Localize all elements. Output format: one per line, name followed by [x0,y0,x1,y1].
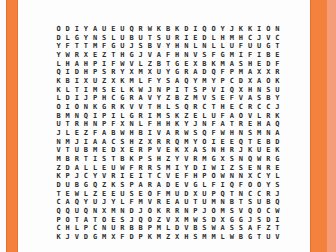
grid-cell[interactable]: U [118,34,127,43]
grid-cell[interactable]: S [246,199,255,208]
grid-cell[interactable]: C [109,138,118,147]
grid-cell[interactable]: N [255,164,264,173]
grid-cell[interactable]: D [81,233,90,242]
grid-cell[interactable]: R [264,155,273,164]
grid-cell[interactable]: V [209,86,218,95]
grid-cell[interactable]: E [109,190,118,199]
grid-cell[interactable]: E [127,147,136,156]
grid-cell[interactable]: Q [209,68,218,77]
grid-cell[interactable]: T [191,199,200,208]
grid-cell[interactable]: I [182,34,191,43]
grid-cell[interactable]: Q [227,86,236,95]
grid-cell[interactable]: D [264,60,273,69]
grid-cell[interactable]: B [54,112,63,121]
grid-cell[interactable]: W [209,225,218,234]
grid-cell[interactable]: A [246,94,255,103]
grid-cell[interactable]: C [255,103,264,112]
grid-cell[interactable]: Q [200,129,209,138]
grid-cell[interactable]: X [118,120,127,129]
grid-cell[interactable]: F [127,199,136,208]
grid-cell[interactable]: N [218,199,227,208]
grid-cell[interactable]: T [81,155,90,164]
grid-cell[interactable]: A [81,216,90,225]
grid-cell[interactable]: R [264,112,273,121]
grid-cell[interactable]: T [145,103,154,112]
grid-cell[interactable]: J [191,120,200,129]
grid-cell[interactable]: J [273,190,282,199]
grid-cell[interactable]: P [63,173,72,182]
grid-cell[interactable]: M [200,77,209,86]
grid-cell[interactable]: Q [227,181,236,190]
grid-cell[interactable]: S [136,42,145,51]
grid-cell[interactable]: M [200,155,209,164]
grid-cell[interactable]: H [154,120,163,129]
grid-cell[interactable]: U [163,34,172,43]
grid-cell[interactable]: T [145,173,154,182]
grid-cell[interactable]: M [182,138,191,147]
grid-cell[interactable]: X [173,216,182,225]
grid-cell[interactable]: A [273,129,282,138]
grid-cell[interactable]: Z [182,94,191,103]
grid-cell[interactable]: M [90,147,99,156]
grid-cell[interactable]: K [118,103,127,112]
grid-cell[interactable]: E [182,60,191,69]
grid-cell[interactable]: C [236,103,245,112]
grid-cell[interactable]: E [218,138,227,147]
grid-cell[interactable]: D [182,190,191,199]
grid-cell[interactable]: S [264,86,273,95]
grid-cell[interactable]: D [173,225,182,234]
grid-cell[interactable]: D [264,216,273,225]
grid-cell[interactable]: F [246,51,255,60]
grid-cell[interactable]: J [63,233,72,242]
grid-cell[interactable]: X [145,138,154,147]
grid-cell[interactable]: Y [54,51,63,60]
grid-cell[interactable]: P [90,60,99,69]
grid-cell[interactable]: B [127,225,136,234]
grid-cell[interactable]: W [218,129,227,138]
grid-cell[interactable]: R [163,138,172,147]
grid-cell[interactable]: H [191,173,200,182]
grid-cell[interactable]: E [100,190,109,199]
grid-cell[interactable]: K [154,25,163,34]
grid-cell[interactable]: D [163,181,172,190]
grid-cell[interactable]: K [173,112,182,121]
grid-cell[interactable]: S [191,129,200,138]
grid-cell[interactable]: V [264,34,273,43]
grid-cell[interactable]: H [81,60,90,69]
grid-cell[interactable]: T [182,86,191,95]
grid-cell[interactable]: G [173,60,182,69]
grid-cell[interactable]: S [200,216,209,225]
grid-cell[interactable]: E [246,164,255,173]
grid-cell[interactable]: T [273,225,282,234]
grid-cell[interactable]: L [63,129,72,138]
grid-cell[interactable]: J [54,129,63,138]
grid-cell[interactable]: R [173,207,182,216]
grid-cell[interactable]: B [118,155,127,164]
grid-cell[interactable]: V [200,94,209,103]
grid-cell[interactable]: V [163,173,172,182]
grid-cell[interactable]: M [100,233,109,242]
grid-cell[interactable]: S [209,94,218,103]
grid-cell[interactable]: R [191,155,200,164]
grid-cell[interactable]: F [209,120,218,129]
grid-cell[interactable]: P [136,155,145,164]
grid-cell[interactable]: Q [54,68,63,77]
grid-cell[interactable]: L [218,42,227,51]
grid-cell[interactable]: U [246,42,255,51]
grid-cell[interactable]: U [182,199,191,208]
grid-cell[interactable]: K [273,77,282,86]
grid-cell[interactable]: S [255,216,264,225]
grid-cell[interactable]: N [182,207,191,216]
grid-cell[interactable]: H [81,68,90,77]
grid-cell[interactable]: U [109,225,118,234]
grid-cell[interactable]: Z [90,190,99,199]
grid-cell[interactable]: E [109,86,118,95]
grid-cell[interactable]: F [236,181,245,190]
grid-cell[interactable]: X [118,147,127,156]
grid-cell[interactable]: A [173,77,182,86]
grid-cell[interactable]: M [209,233,218,242]
grid-cell[interactable]: N [227,173,236,182]
grid-cell[interactable]: R [236,120,245,129]
grid-cell[interactable]: B [227,199,236,208]
grid-cell[interactable]: D [273,138,282,147]
grid-cell[interactable]: Y [163,42,172,51]
grid-cell[interactable]: H [218,147,227,156]
grid-cell[interactable]: Q [54,207,63,216]
grid-cell[interactable]: B [81,147,90,156]
grid-cell[interactable]: C [264,103,273,112]
grid-cell[interactable]: V [191,51,200,60]
grid-cell[interactable]: W [118,129,127,138]
grid-cell[interactable]: K [173,25,182,34]
grid-cell[interactable]: T [273,42,282,51]
grid-cell[interactable]: J [200,207,209,216]
grid-cell[interactable]: E [273,51,282,60]
grid-cell[interactable]: L [136,60,145,69]
grid-cell[interactable]: A [218,225,227,234]
grid-cell[interactable]: P [100,120,109,129]
grid-cell[interactable]: Y [154,77,163,86]
grid-cell[interactable]: B [264,94,273,103]
grid-cell[interactable]: P [227,68,236,77]
grid-cell[interactable]: I [81,138,90,147]
grid-cell[interactable]: D [54,181,63,190]
grid-cell[interactable]: N [200,42,209,51]
grid-cell[interactable]: O [255,181,264,190]
grid-cell[interactable]: Z [163,155,172,164]
grid-cell[interactable]: V [154,129,163,138]
grid-cell[interactable]: N [236,155,245,164]
grid-cell[interactable]: E [173,173,182,182]
grid-cell[interactable]: T [72,216,81,225]
grid-cell[interactable]: Q [136,216,145,225]
grid-cell[interactable]: Y [81,25,90,34]
grid-cell[interactable]: R [154,199,163,208]
grid-cell[interactable]: M [54,155,63,164]
grid-cell[interactable]: A [72,60,81,69]
grid-cell[interactable]: Y [182,120,191,129]
grid-cell[interactable]: D [63,25,72,34]
grid-cell[interactable]: N [54,138,63,147]
grid-cell[interactable]: A [136,181,145,190]
grid-cell[interactable]: B [72,181,81,190]
grid-cell[interactable]: M [127,77,136,86]
grid-cell[interactable]: B [264,51,273,60]
grid-cell[interactable]: M [218,60,227,69]
grid-cell[interactable]: A [264,120,273,129]
grid-cell[interactable]: W [136,86,145,95]
grid-cell[interactable]: F [109,120,118,129]
grid-cell[interactable]: L [209,34,218,43]
grid-cell[interactable]: V [72,233,81,242]
grid-cell[interactable]: I [255,51,264,60]
grid-cell[interactable]: H [154,155,163,164]
grid-cell[interactable]: J [72,173,81,182]
grid-cell[interactable]: Z [154,216,163,225]
grid-cell[interactable]: Q [182,103,191,112]
grid-cell[interactable]: S [191,233,200,242]
grid-cell[interactable]: Q [81,207,90,216]
grid-cell[interactable]: X [246,173,255,182]
grid-cell[interactable]: X [109,77,118,86]
grid-cell[interactable]: A [72,164,81,173]
grid-cell[interactable]: Y [163,68,172,77]
grid-cell[interactable]: F [236,42,245,51]
grid-cell[interactable]: M [90,42,99,51]
grid-cell[interactable]: H [154,103,163,112]
grid-cell[interactable]: R [246,103,255,112]
grid-cell[interactable]: E [227,138,236,147]
grid-cell[interactable]: W [255,155,264,164]
grid-cell[interactable]: U [90,77,99,86]
grid-cell[interactable]: M [63,138,72,147]
grid-cell[interactable]: G [81,181,90,190]
grid-cell[interactable]: H [127,138,136,147]
grid-cell[interactable]: M [154,112,163,121]
grid-cell[interactable]: Y [90,173,99,182]
grid-cell[interactable]: E [109,216,118,225]
grid-cell[interactable]: Y [191,138,200,147]
grid-cell[interactable]: Z [100,51,109,60]
grid-cell[interactable]: G [127,51,136,60]
grid-cell[interactable]: K [127,86,136,95]
grid-cell[interactable]: I [173,164,182,173]
grid-cell[interactable]: V [182,181,191,190]
grid-cell[interactable]: M [163,164,172,173]
grid-cell[interactable]: B [136,129,145,138]
grid-cell[interactable]: F [209,181,218,190]
grid-cell[interactable]: V [236,94,245,103]
grid-cell[interactable]: X [255,68,264,77]
grid-cell[interactable]: V [127,60,136,69]
grid-cell[interactable]: N [100,225,109,234]
grid-cell[interactable]: L [200,181,209,190]
grid-cell[interactable]: A [154,181,163,190]
grid-cell[interactable]: N [209,147,218,156]
grid-cell[interactable]: D [209,216,218,225]
grid-cell[interactable]: A [255,77,264,86]
grid-cell[interactable]: V [154,42,163,51]
grid-cell[interactable]: C [81,173,90,182]
grid-cell[interactable]: M [191,94,200,103]
grid-cell[interactable]: S [227,225,236,234]
grid-cell[interactable]: X [81,51,90,60]
grid-cell[interactable]: S [118,181,127,190]
grid-cell[interactable]: T [81,42,90,51]
grid-cell[interactable]: R [163,207,172,216]
grid-cell[interactable]: D [63,164,72,173]
grid-cell[interactable]: P [200,173,209,182]
grid-cell[interactable]: U [136,34,145,43]
grid-cell[interactable]: G [100,103,109,112]
grid-cell[interactable]: O [100,216,109,225]
grid-cell[interactable]: R [118,225,127,234]
grid-cell[interactable]: S [127,190,136,199]
grid-cell[interactable]: U [173,190,182,199]
grid-cell[interactable]: H [236,34,245,43]
grid-cell[interactable]: X [218,155,227,164]
grid-cell[interactable]: G [209,155,218,164]
grid-cell[interactable]: L [273,173,282,182]
grid-cell[interactable]: E [227,103,236,112]
grid-cell[interactable]: E [246,120,255,129]
grid-cell[interactable]: A [218,120,227,129]
grid-cell[interactable]: J [273,103,282,112]
grid-cell[interactable]: A [136,94,145,103]
grid-cell[interactable]: L [81,190,90,199]
grid-cell[interactable]: I [136,173,145,182]
grid-cell[interactable]: M [218,207,227,216]
grid-cell[interactable]: P [209,190,218,199]
grid-cell[interactable]: L [63,34,72,43]
grid-cell[interactable]: W [273,207,282,216]
grid-cell[interactable]: F [63,42,72,51]
grid-cell[interactable]: E [255,60,264,69]
grid-cell[interactable]: Y [209,77,218,86]
grid-cell[interactable]: I [218,86,227,95]
grid-cell[interactable]: I [273,216,282,225]
grid-cell[interactable]: O [145,207,154,216]
grid-cell[interactable]: A [191,147,200,156]
grid-cell[interactable]: E [90,51,99,60]
grid-cell[interactable]: K [273,112,282,121]
grid-cell[interactable]: O [246,181,255,190]
grid-cell[interactable]: F [90,129,99,138]
grid-cell[interactable]: E [100,147,109,156]
grid-cell[interactable]: O [209,207,218,216]
grid-cell[interactable]: L [191,42,200,51]
grid-cell[interactable]: B [163,25,172,34]
grid-cell[interactable]: R [227,147,236,156]
grid-cell[interactable]: F [145,77,154,86]
grid-cell[interactable]: N [90,34,99,43]
grid-cell[interactable]: C [255,173,264,182]
grid-cell[interactable]: O [236,112,245,121]
grid-cell[interactable]: W [118,60,127,69]
grid-cell[interactable]: P [81,225,90,234]
grid-cell[interactable]: C [54,225,63,234]
grid-cell[interactable]: P [163,86,172,95]
grid-cell[interactable]: Z [81,129,90,138]
grid-cell[interactable]: A [100,138,109,147]
grid-cell[interactable]: W [182,129,191,138]
grid-cell[interactable]: R [136,147,145,156]
grid-cell[interactable]: B [173,94,182,103]
grid-cell[interactable]: P [127,181,136,190]
grid-cell[interactable]: A [90,25,99,34]
grid-cell[interactable]: V [145,51,154,60]
grid-cell[interactable]: L [63,86,72,95]
grid-cell[interactable]: I [218,164,227,173]
grid-cell[interactable]: R [173,34,182,43]
grid-cell[interactable]: K [236,25,245,34]
grid-cell[interactable]: E [109,25,118,34]
grid-cell[interactable]: I [200,164,209,173]
grid-cell[interactable]: X [100,207,109,216]
grid-cell[interactable]: O [264,77,273,86]
grid-cell[interactable]: Q [127,25,136,34]
grid-cell[interactable]: L [90,164,99,173]
grid-cell[interactable]: G [127,112,136,121]
grid-cell[interactable]: U [255,42,264,51]
grid-cell[interactable]: K [209,60,218,69]
grid-cell[interactable]: Z [100,77,109,86]
grid-cell[interactable]: Y [191,77,200,86]
grid-cell[interactable]: E [72,129,81,138]
grid-cell[interactable]: S [100,68,109,77]
grid-cell[interactable]: K [118,77,127,86]
grid-cell[interactable]: Q [246,207,255,216]
grid-cell[interactable]: N [127,120,136,129]
grid-cell[interactable]: T [109,155,118,164]
grid-cell[interactable]: V [273,233,282,242]
grid-cell[interactable]: S [154,34,163,43]
grid-cell[interactable]: E [218,94,227,103]
grid-cell[interactable]: U [72,207,81,216]
grid-cell[interactable]: U [264,233,273,242]
grid-cell[interactable]: O [145,216,154,225]
grid-cell[interactable]: A [173,199,182,208]
grid-cell[interactable]: S [191,86,200,95]
grid-cell[interactable]: N [255,86,264,95]
grid-cell[interactable]: N [236,129,245,138]
grid-cell[interactable]: H [127,129,136,138]
grid-cell[interactable]: V [246,112,255,121]
grid-cell[interactable]: T [163,60,172,69]
grid-cell[interactable]: Q [182,77,191,86]
grid-cell[interactable]: H [182,233,191,242]
grid-cell[interactable]: X [127,68,136,77]
grid-cell[interactable]: W [209,164,218,173]
grid-cell[interactable]: G [236,216,245,225]
grid-cell[interactable]: R [136,25,145,34]
grid-cell[interactable]: L [255,112,264,121]
grid-cell[interactable]: D [127,233,136,242]
grid-cell[interactable]: N [182,51,191,60]
grid-cell[interactable]: U [100,25,109,34]
grid-cell[interactable]: W [63,51,72,60]
grid-cell[interactable]: U [255,147,264,156]
grid-cell[interactable]: H [163,120,172,129]
grid-cell[interactable]: I [255,25,264,34]
grid-cell[interactable]: A [63,199,72,208]
grid-cell[interactable]: Y [81,34,90,43]
grid-cell[interactable]: M [136,68,145,77]
